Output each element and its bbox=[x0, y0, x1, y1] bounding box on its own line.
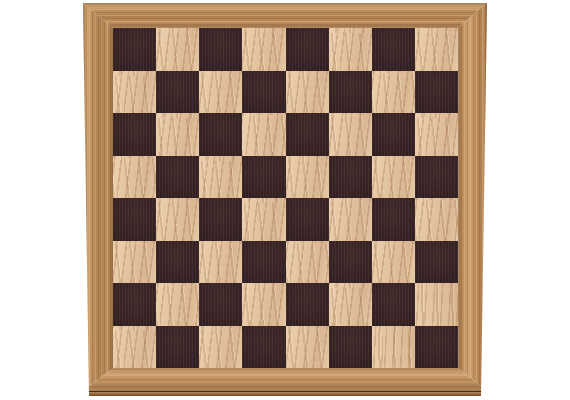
square-r7c5 bbox=[286, 283, 329, 326]
board-frame-bottom bbox=[83, 368, 487, 391]
square-r3c4 bbox=[242, 113, 285, 156]
square-r6c6 bbox=[329, 241, 372, 284]
square-r3c7 bbox=[372, 113, 415, 156]
square-r7c8 bbox=[415, 283, 458, 326]
square-r6c7 bbox=[372, 241, 415, 284]
square-r4c4 bbox=[242, 156, 285, 199]
square-r5c8 bbox=[415, 198, 458, 241]
square-r6c8 bbox=[415, 241, 458, 284]
square-r4c2 bbox=[156, 156, 199, 199]
square-r5c4 bbox=[242, 198, 285, 241]
square-r5c3 bbox=[199, 198, 242, 241]
square-r4c3 bbox=[199, 156, 242, 199]
square-r5c7 bbox=[372, 198, 415, 241]
square-r5c5 bbox=[286, 198, 329, 241]
square-r3c2 bbox=[156, 113, 199, 156]
square-r8c6 bbox=[329, 326, 372, 369]
square-r5c6 bbox=[329, 198, 372, 241]
square-r6c2 bbox=[156, 241, 199, 284]
board-frame-left bbox=[83, 3, 113, 391]
square-r6c3 bbox=[199, 241, 242, 284]
square-r8c4 bbox=[242, 326, 285, 369]
square-r1c2 bbox=[156, 28, 199, 71]
square-r1c1 bbox=[113, 28, 156, 71]
square-r8c3 bbox=[199, 326, 242, 369]
square-r8c1 bbox=[113, 326, 156, 369]
square-r2c7 bbox=[372, 71, 415, 114]
square-r8c7 bbox=[372, 326, 415, 369]
square-r4c8 bbox=[415, 156, 458, 199]
square-r1c3 bbox=[199, 28, 242, 71]
square-r2c6 bbox=[329, 71, 372, 114]
board-bottom-edge bbox=[83, 391, 487, 396]
square-r3c6 bbox=[329, 113, 372, 156]
square-r5c1 bbox=[113, 198, 156, 241]
square-r3c5 bbox=[286, 113, 329, 156]
square-r6c4 bbox=[242, 241, 285, 284]
square-r7c3 bbox=[199, 283, 242, 326]
square-r4c5 bbox=[286, 156, 329, 199]
square-r4c6 bbox=[329, 156, 372, 199]
square-r7c1 bbox=[113, 283, 156, 326]
square-r3c1 bbox=[113, 113, 156, 156]
square-r8c5 bbox=[286, 326, 329, 369]
square-r6c5 bbox=[286, 241, 329, 284]
square-r7c2 bbox=[156, 283, 199, 326]
square-r3c3 bbox=[199, 113, 242, 156]
board-frame-top bbox=[83, 3, 487, 28]
square-r6c1 bbox=[113, 241, 156, 284]
square-r5c2 bbox=[156, 198, 199, 241]
square-r1c6 bbox=[329, 28, 372, 71]
square-r1c8 bbox=[415, 28, 458, 71]
square-r4c7 bbox=[372, 156, 415, 199]
square-r2c8 bbox=[415, 71, 458, 114]
square-r7c6 bbox=[329, 283, 372, 326]
square-r3c8 bbox=[415, 113, 458, 156]
board-frame-right bbox=[458, 3, 487, 391]
square-r1c4 bbox=[242, 28, 285, 71]
square-r1c7 bbox=[372, 28, 415, 71]
square-r7c7 bbox=[372, 283, 415, 326]
chess-board bbox=[83, 3, 487, 396]
product-photo bbox=[0, 0, 570, 400]
square-r7c4 bbox=[242, 283, 285, 326]
square-r1c5 bbox=[286, 28, 329, 71]
square-r8c2 bbox=[156, 326, 199, 369]
square-r4c1 bbox=[113, 156, 156, 199]
square-r2c4 bbox=[242, 71, 285, 114]
square-r2c3 bbox=[199, 71, 242, 114]
square-r2c1 bbox=[113, 71, 156, 114]
board-grid bbox=[113, 28, 458, 368]
square-r2c2 bbox=[156, 71, 199, 114]
square-r2c5 bbox=[286, 71, 329, 114]
square-r8c8 bbox=[415, 326, 458, 369]
